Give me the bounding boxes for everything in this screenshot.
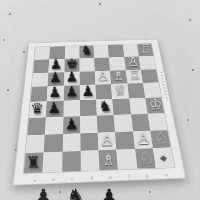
black-rook-a1: ♜ xyxy=(23,153,43,172)
square-e6[interactable]: ♙ xyxy=(95,70,111,84)
square-b3[interactable] xyxy=(45,117,63,135)
black-queen-a4: ♛ xyxy=(29,100,47,117)
square-e8[interactable] xyxy=(94,45,109,58)
white-knight-h2: ♘ xyxy=(152,129,171,147)
coord-label-g: g xyxy=(145,173,149,179)
square-b2[interactable] xyxy=(44,134,63,153)
square-g1[interactable]: ♘ xyxy=(135,148,156,168)
square-f2[interactable] xyxy=(115,131,135,150)
square-d3[interactable] xyxy=(80,115,98,133)
square-b4[interactable]: ♟ xyxy=(46,101,63,118)
square-c2[interactable] xyxy=(62,133,80,152)
captured-black-knight-1: ♞ xyxy=(67,185,86,200)
black-pawn-d5: ♟ xyxy=(79,83,96,99)
coord-label-d: d xyxy=(90,175,93,181)
white-queen-f5: ♕ xyxy=(112,82,129,98)
square-a1[interactable]: ♜ xyxy=(24,153,44,173)
square-e4[interactable]: ♞ xyxy=(96,99,114,115)
square-d1[interactable] xyxy=(80,151,99,171)
coord-label-b: b xyxy=(52,177,55,183)
square-c5[interactable]: ♟ xyxy=(63,85,79,100)
square-d4[interactable] xyxy=(80,100,97,116)
square-g6[interactable]: ♖ xyxy=(125,69,142,83)
white-pawn-g2: ♙ xyxy=(134,130,153,148)
square-c1[interactable] xyxy=(62,151,81,171)
coord-label-f: f xyxy=(128,174,130,180)
black-pawn-c5: ♟ xyxy=(63,84,80,100)
coord-label-h: h xyxy=(164,172,168,178)
square-c3[interactable]: ♟ xyxy=(63,116,81,134)
square-b1[interactable] xyxy=(43,152,62,172)
square-d8[interactable]: ♞ xyxy=(79,46,94,59)
black-knight-d8: ♞ xyxy=(79,43,94,58)
captured-black-pawn-0: ♟ xyxy=(34,185,53,200)
square-f5[interactable]: ♕ xyxy=(111,84,128,99)
square-f4[interactable] xyxy=(112,98,130,114)
coord-label-e: e xyxy=(109,174,112,180)
square-d7[interactable] xyxy=(79,58,95,72)
square-h2[interactable]: ♘ xyxy=(150,130,171,149)
square-d5[interactable]: ♟ xyxy=(80,85,97,100)
white-pawn-e2: ♙ xyxy=(98,131,117,149)
square-a3[interactable] xyxy=(27,117,46,135)
white-knight-g1: ♘ xyxy=(136,149,156,168)
square-f3[interactable] xyxy=(114,114,133,132)
white-pawn-e6: ♙ xyxy=(95,68,111,84)
square-e1[interactable]: ♗ xyxy=(99,150,119,170)
captured-black-pawn-2: ♟ xyxy=(100,185,119,200)
board-grid: ♞♖♟♚♙♟♟♙♗♖♟♟♟♕♛♟♞♔♟♙♙♘♜♗♘◆ xyxy=(24,44,175,173)
square-a2[interactable] xyxy=(26,134,45,153)
coord-label-c: c xyxy=(72,176,74,182)
chess-photo: ♞♖♟♚♙♟♟♙♗♖♟♟♟♕♛♟♞♔♟♙♙♘♜♗♘◆ abcdefgh ♟♞♟ xyxy=(0,0,200,200)
black-pawn-b4: ♟ xyxy=(46,99,64,116)
square-h6[interactable] xyxy=(141,69,159,83)
square-e2[interactable]: ♙ xyxy=(98,132,117,151)
black-knight-e4: ♞ xyxy=(96,98,114,115)
square-f1[interactable] xyxy=(117,149,137,169)
chess-board: ♞♖♟♚♙♟♟♙♗♖♟♟♟♕♛♟♞♔♟♙♙♘♜♗♘◆ abcdefgh xyxy=(13,39,187,186)
square-d2[interactable] xyxy=(80,132,98,151)
coord-label-a: a xyxy=(33,178,36,184)
square-g2[interactable]: ♙ xyxy=(133,130,153,149)
white-bishop-e1: ♗ xyxy=(99,150,119,169)
captured-black-pieces: ♟♞♟ xyxy=(34,185,154,200)
white-king-h4: ♔ xyxy=(146,96,164,113)
square-f8[interactable] xyxy=(108,45,124,58)
square-h4[interactable]: ♔ xyxy=(145,97,164,113)
white-rook-g6: ♖ xyxy=(126,67,142,83)
square-a4[interactable]: ♛ xyxy=(29,101,47,118)
black-pawn-c3: ♟ xyxy=(62,115,80,133)
